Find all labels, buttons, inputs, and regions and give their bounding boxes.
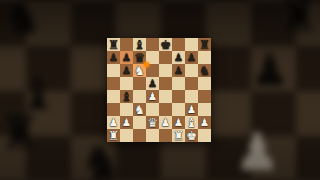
square-d2[interactable]: ♛ xyxy=(146,116,159,129)
piece-white-queen-d2[interactable]: ♛ xyxy=(146,116,159,129)
square-a6[interactable] xyxy=(107,64,120,77)
square-f7[interactable]: ♟ xyxy=(172,51,185,64)
move-marker-dot xyxy=(144,62,149,67)
square-b1[interactable] xyxy=(120,129,133,142)
square-c2[interactable] xyxy=(133,116,146,129)
piece-black-rook-a8[interactable]: ♜ xyxy=(107,38,120,51)
piece-black-rook-h8[interactable]: ♜ xyxy=(198,38,211,51)
piece-white-pawn-e2[interactable]: ♟ xyxy=(159,116,172,129)
piece-black-pawn-d5[interactable]: ♟ xyxy=(146,77,159,90)
square-e1[interactable] xyxy=(159,129,172,142)
piece-white-rook-a1[interactable]: ♜ xyxy=(107,129,120,142)
square-e8[interactable]: ♚ xyxy=(159,38,172,51)
square-a4[interactable] xyxy=(107,90,120,103)
square-e2[interactable]: ♟ xyxy=(159,116,172,129)
square-f5[interactable] xyxy=(172,77,185,90)
piece-white-knight-c3[interactable]: ♞ xyxy=(133,103,146,116)
piece-black-pawn-b7[interactable]: ♟ xyxy=(120,51,133,64)
square-a3[interactable] xyxy=(107,103,120,116)
square-e5[interactable] xyxy=(159,77,172,90)
square-g8[interactable] xyxy=(185,38,198,51)
square-e4[interactable] xyxy=(159,90,172,103)
square-e7[interactable] xyxy=(159,51,172,64)
square-f6[interactable]: ♟ xyxy=(172,64,185,77)
square-b7[interactable]: ♟ xyxy=(120,51,133,64)
video-frame: ♞♝♜♞♜♟♟ ♜♝♚♜♟♟♛♟♟♟♞♟♞♟♝♟♞♟♟♟♛♟♟♝♟♜♜♚ xyxy=(0,0,320,180)
piece-white-pawn-b2[interactable]: ♟ xyxy=(120,116,133,129)
square-h2[interactable]: ♟ xyxy=(198,116,211,129)
piece-black-pawn-a7[interactable]: ♟ xyxy=(107,51,120,64)
piece-black-pawn-f7[interactable]: ♟ xyxy=(172,51,185,64)
piece-white-king-g1[interactable]: ♚ xyxy=(185,129,198,142)
square-d8[interactable] xyxy=(146,38,159,51)
square-d1[interactable] xyxy=(146,129,159,142)
square-b8[interactable] xyxy=(120,38,133,51)
square-g7[interactable]: ♟ xyxy=(185,51,198,64)
piece-black-king-e8[interactable]: ♚ xyxy=(159,38,172,51)
square-e6[interactable] xyxy=(159,64,172,77)
square-g5[interactable] xyxy=(185,77,198,90)
square-g4[interactable] xyxy=(185,90,198,103)
piece-white-rook-f1[interactable]: ♜ xyxy=(172,129,185,142)
square-f1[interactable]: ♜ xyxy=(172,129,185,142)
square-b4[interactable]: ♝ xyxy=(120,90,133,103)
square-a5[interactable] xyxy=(107,77,120,90)
square-g1[interactable]: ♚ xyxy=(185,129,198,142)
piece-black-pawn-b6[interactable]: ♟ xyxy=(120,64,133,77)
square-e3[interactable] xyxy=(159,103,172,116)
square-d5[interactable]: ♟ xyxy=(146,77,159,90)
piece-black-pawn-f6[interactable]: ♟ xyxy=(172,64,185,77)
square-g6[interactable] xyxy=(185,64,198,77)
square-a1[interactable]: ♜ xyxy=(107,129,120,142)
square-b6[interactable]: ♟ xyxy=(120,64,133,77)
square-f3[interactable] xyxy=(172,103,185,116)
piece-black-bishop-b4[interactable]: ♝ xyxy=(120,90,133,103)
square-h6[interactable]: ♞ xyxy=(198,64,211,77)
piece-black-knight-h6[interactable]: ♞ xyxy=(198,64,211,77)
square-a7[interactable]: ♟ xyxy=(107,51,120,64)
square-b3[interactable] xyxy=(120,103,133,116)
square-h3[interactable] xyxy=(198,103,211,116)
piece-white-pawn-h2[interactable]: ♟ xyxy=(198,116,211,129)
square-f4[interactable] xyxy=(172,90,185,103)
piece-black-pawn-g7[interactable]: ♟ xyxy=(185,51,198,64)
square-h1[interactable] xyxy=(198,129,211,142)
square-c3[interactable]: ♞ xyxy=(133,103,146,116)
square-c5[interactable] xyxy=(133,77,146,90)
square-a8[interactable]: ♜ xyxy=(107,38,120,51)
square-h8[interactable]: ♜ xyxy=(198,38,211,51)
square-h4[interactable] xyxy=(198,90,211,103)
square-c1[interactable] xyxy=(133,129,146,142)
square-b2[interactable]: ♟ xyxy=(120,116,133,129)
piece-white-pawn-d4[interactable]: ♟ xyxy=(146,90,159,103)
chess-board[interactable]: ♜♝♚♜♟♟♛♟♟♟♞♟♞♟♝♟♞♟♟♟♛♟♟♝♟♜♜♚ xyxy=(107,38,211,142)
square-f8[interactable] xyxy=(172,38,185,51)
square-d4[interactable]: ♟ xyxy=(146,90,159,103)
square-h5[interactable] xyxy=(198,77,211,90)
